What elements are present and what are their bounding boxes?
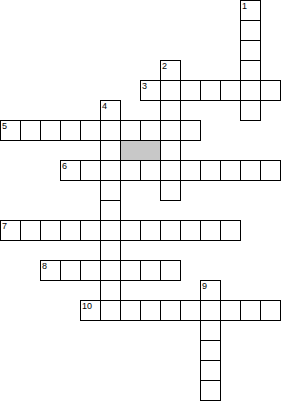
grid-cell[interactable]: [100, 260, 121, 281]
grid-cell[interactable]: [220, 160, 241, 181]
grid-cell[interactable]: [140, 260, 161, 281]
cell-number: 10: [82, 302, 92, 311]
grid-cell[interactable]: [160, 100, 181, 121]
cell-number: 6: [62, 162, 67, 171]
grid-cell[interactable]: [40, 220, 61, 241]
cell-number: 1: [242, 2, 247, 11]
grid-cell[interactable]: [160, 160, 181, 181]
grid-cell[interactable]: [260, 80, 281, 101]
grid-cell[interactable]: [100, 240, 121, 261]
grid-cell[interactable]: [180, 120, 201, 141]
grid-cell[interactable]: [100, 180, 121, 201]
grid-cell[interactable]: [200, 320, 221, 341]
cell-number: 8: [42, 262, 47, 271]
grid-cell[interactable]: [120, 260, 141, 281]
grid-cell[interactable]: [240, 40, 261, 61]
grid-cell[interactable]: [160, 180, 181, 201]
grid-cell[interactable]: [20, 120, 41, 141]
grid-cell[interactable]: [160, 120, 181, 141]
grid-cell[interactable]: [240, 20, 261, 41]
grid-cell[interactable]: [180, 300, 201, 321]
grid-cell[interactable]: [140, 160, 161, 181]
grid-cell[interactable]: [80, 160, 101, 181]
grid-cell[interactable]: [100, 140, 121, 161]
cell-number: 7: [2, 222, 7, 231]
grid-cell[interactable]: [120, 160, 141, 181]
grid-cell[interactable]: [60, 120, 81, 141]
grid-cell[interactable]: [120, 300, 141, 321]
cell-number: 3: [142, 82, 147, 91]
grid-cell[interactable]: [180, 80, 201, 101]
grid-cell[interactable]: [160, 140, 181, 161]
cell-number: 4: [102, 102, 107, 111]
grid-cell[interactable]: [40, 120, 61, 141]
grid-cell[interactable]: [240, 160, 261, 181]
grid-cell[interactable]: [200, 340, 221, 361]
cell-number: 5: [2, 122, 7, 131]
grid-cell[interactable]: [100, 160, 121, 181]
cell-number: 9: [202, 282, 207, 291]
grid-cell[interactable]: [160, 260, 181, 281]
grid-cell[interactable]: [220, 220, 241, 241]
grid-cell[interactable]: [100, 280, 121, 301]
grid-cell[interactable]: [20, 220, 41, 241]
grid-cell[interactable]: [80, 120, 101, 141]
grid-cell[interactable]: [180, 220, 201, 241]
grid-cell[interactable]: [60, 260, 81, 281]
grid-cell[interactable]: [200, 360, 221, 381]
crossword-board: 12345678910: [0, 0, 281, 401]
grid-cell[interactable]: [240, 80, 261, 101]
grid-cell[interactable]: [260, 300, 281, 321]
grid-cell[interactable]: [240, 300, 261, 321]
grid-cell[interactable]: [220, 80, 241, 101]
grid-cell[interactable]: [160, 220, 181, 241]
grid-cell[interactable]: [160, 300, 181, 321]
grid-cell[interactable]: [80, 220, 101, 241]
grid-cell[interactable]: [200, 160, 221, 181]
grid-cell[interactable]: [200, 300, 221, 321]
grid-cell[interactable]: [120, 120, 141, 141]
grid-cell[interactable]: [140, 300, 161, 321]
grid-cell[interactable]: [260, 160, 281, 181]
grid-cell[interactable]: [240, 60, 261, 81]
grid-cell[interactable]: [100, 120, 121, 141]
grid-cell[interactable]: [140, 220, 161, 241]
cell-number: 2: [162, 62, 167, 71]
shaded-block: [120, 140, 161, 161]
grid-cell[interactable]: [240, 100, 261, 121]
grid-cell[interactable]: [220, 300, 241, 321]
grid-cell[interactable]: [160, 80, 181, 101]
grid-cell[interactable]: [60, 220, 81, 241]
grid-cell[interactable]: [200, 220, 221, 241]
grid-cell[interactable]: [140, 120, 161, 141]
grid-cell[interactable]: [100, 220, 121, 241]
grid-cell[interactable]: [200, 80, 221, 101]
grid-cell[interactable]: [200, 380, 221, 401]
grid-cell[interactable]: [180, 160, 201, 181]
grid-cell[interactable]: [100, 300, 121, 321]
grid-cell[interactable]: [80, 260, 101, 281]
grid-cell[interactable]: [120, 220, 141, 241]
grid-cell[interactable]: [100, 200, 121, 221]
